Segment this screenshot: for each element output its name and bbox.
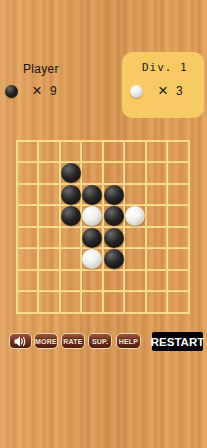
white-stone-count: 3 (176, 84, 183, 98)
sound-button[interactable] (9, 333, 32, 349)
sup-button[interactable]: SUP. (88, 333, 112, 349)
black-stone-count: 9 (50, 84, 57, 98)
white-stone (82, 206, 102, 226)
multiply-icon: × (32, 84, 42, 98)
game-screen: Player × 9 Div. 1 × 3 MORE RATE SUP. HEL… (0, 0, 207, 448)
white-stone (82, 249, 102, 269)
rate-button[interactable]: RATE (61, 333, 85, 349)
speaker-icon (14, 336, 27, 347)
white-stone-counter: × 3 (158, 84, 183, 98)
black-counter-stone-icon (5, 85, 18, 98)
black-player-name: Player (23, 62, 59, 76)
black-stone (61, 206, 81, 226)
white-counter-stone-icon (130, 85, 143, 98)
black-stone (61, 163, 81, 183)
black-stone (104, 206, 124, 226)
black-stone-counter: × 9 (32, 84, 57, 98)
black-stone (61, 185, 81, 205)
black-stone (82, 185, 102, 205)
black-stone (104, 228, 124, 248)
turn-highlight-box: Div. 1 × 3 (122, 52, 204, 118)
black-stone (104, 249, 124, 269)
white-player-name: Div. 1 (142, 61, 188, 74)
multiply-icon: × (158, 84, 168, 98)
black-stone (82, 228, 102, 248)
white-stone (125, 206, 145, 226)
help-button[interactable]: HELP (116, 333, 141, 349)
more-button[interactable]: MORE (34, 333, 58, 349)
restart-button[interactable]: RESTART (152, 332, 203, 351)
black-stone (104, 185, 124, 205)
board-grid[interactable] (16, 140, 190, 314)
